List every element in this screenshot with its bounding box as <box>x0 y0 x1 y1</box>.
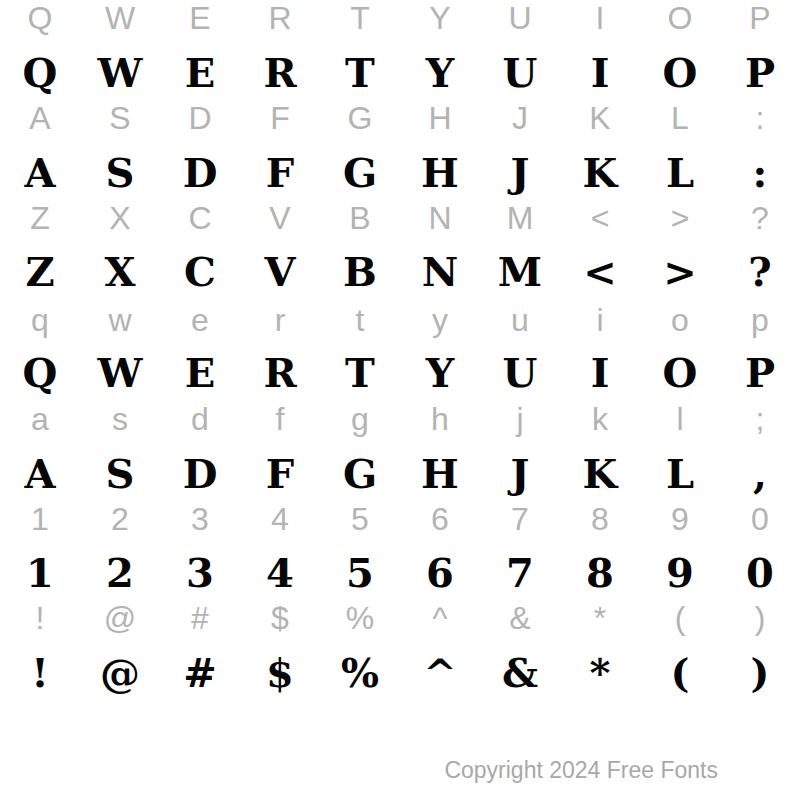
glyph-cell-r1c2: W <box>80 2 160 34</box>
glyph-cell-r10c9: L <box>640 454 720 494</box>
glyph-cell-r11c10: 0 <box>720 503 800 535</box>
grid-row-9: asdfghjkl; <box>0 393 800 445</box>
glyph-cell-r1c1: Q <box>0 2 80 34</box>
glyph-cell-r8c10: P <box>720 353 800 393</box>
glyph-cell-r12c1: 1 <box>0 553 80 593</box>
glyph-cell-r13c1: ! <box>0 602 80 634</box>
glyph-cell-r4c2: S <box>80 153 160 193</box>
grid-row-8: QWERTYUIOP <box>0 347 800 399</box>
glyph-cell-r6c1: Z <box>0 252 80 292</box>
glyph-cell-r5c7: M <box>480 202 560 234</box>
glyph-cell-r2c6: Y <box>400 53 480 93</box>
glyph-cell-r11c1: 1 <box>0 503 80 535</box>
glyph-cell-r9c9: l <box>640 403 720 435</box>
grid-row-6: ZXCVBNM<>? <box>0 246 800 298</box>
glyph-cell-r6c3: C <box>160 252 240 292</box>
glyph-cell-r10c7: J <box>480 454 560 494</box>
glyph-cell-r2c4: R <box>240 53 320 93</box>
glyph-cell-r6c10: ? <box>720 252 800 292</box>
glyph-cell-r3c5: G <box>320 102 400 134</box>
glyph-cell-r13c3: # <box>160 602 240 634</box>
glyph-cell-r14c4: $ <box>240 653 320 693</box>
glyph-cell-r4c7: J <box>480 153 560 193</box>
glyph-cell-r2c2: W <box>80 53 160 93</box>
glyph-cell-r1c6: Y <box>400 2 480 34</box>
glyph-cell-r11c2: 2 <box>80 503 160 535</box>
glyph-cell-r7c7: u <box>480 304 560 336</box>
glyph-cell-r3c1: A <box>0 102 80 134</box>
glyph-cell-r3c2: S <box>80 102 160 134</box>
glyph-cell-r7c4: r <box>240 304 320 336</box>
glyph-cell-r7c6: y <box>400 304 480 336</box>
glyph-cell-r2c8: I <box>560 53 640 93</box>
glyph-cell-r3c9: L <box>640 102 720 134</box>
glyph-cell-r14c9: ( <box>640 653 720 693</box>
glyph-cell-r7c2: w <box>80 304 160 336</box>
glyph-cell-r6c4: V <box>240 252 320 292</box>
glyph-cell-r11c7: 7 <box>480 503 560 535</box>
glyph-cell-r5c10: ? <box>720 202 800 234</box>
glyph-cell-r11c6: 6 <box>400 503 480 535</box>
glyph-cell-r5c2: X <box>80 202 160 234</box>
glyph-cell-r10c10: , <box>720 454 800 494</box>
grid-row-11: 1234567890 <box>0 493 800 545</box>
glyph-cell-r8c1: Q <box>0 353 80 393</box>
glyph-cell-r4c6: H <box>400 153 480 193</box>
glyph-cell-r11c4: 4 <box>240 503 320 535</box>
glyph-cell-r14c3: # <box>160 653 240 693</box>
glyph-cell-r5c1: Z <box>0 202 80 234</box>
glyph-cell-r14c5: % <box>320 653 400 693</box>
glyph-cell-r11c9: 9 <box>640 503 720 535</box>
grid-row-3: ASDFGHJKL: <box>0 92 800 144</box>
glyph-cell-r1c10: P <box>720 2 800 34</box>
glyph-cell-r7c10: p <box>720 304 800 336</box>
glyph-cell-r13c5: % <box>320 602 400 634</box>
glyph-cell-r12c7: 7 <box>480 553 560 593</box>
glyph-cell-r13c7: & <box>480 602 560 634</box>
glyph-cell-r12c9: 9 <box>640 553 720 593</box>
glyph-cell-r1c8: I <box>560 2 640 34</box>
glyph-cell-r8c2: W <box>80 353 160 393</box>
glyph-cell-r13c2: @ <box>80 602 160 634</box>
character-grid: QWERTYUIOPQWERTYUIOPASDFGHJKL:ASDFGHJKL:… <box>0 0 800 800</box>
glyph-cell-r2c5: T <box>320 53 400 93</box>
glyph-cell-r5c5: B <box>320 202 400 234</box>
glyph-cell-r14c8: * <box>560 653 640 693</box>
glyph-cell-r10c5: G <box>320 454 400 494</box>
glyph-cell-r1c4: R <box>240 2 320 34</box>
grid-row-5: ZXCVBNM<>? <box>0 192 800 244</box>
glyph-cell-r9c7: j <box>480 403 560 435</box>
glyph-cell-r8c3: E <box>160 353 240 393</box>
glyph-cell-r9c4: f <box>240 403 320 435</box>
copyright-credit: Copyright 2024 Free Fonts <box>444 757 718 784</box>
glyph-cell-r10c1: A <box>0 454 80 494</box>
glyph-cell-r8c9: O <box>640 353 720 393</box>
glyph-cell-r3c8: K <box>560 102 640 134</box>
grid-row-1: QWERTYUIOP <box>0 0 800 44</box>
glyph-cell-r11c3: 3 <box>160 503 240 535</box>
glyph-cell-r3c4: F <box>240 102 320 134</box>
glyph-cell-r6c6: N <box>400 252 480 292</box>
glyph-cell-r9c8: k <box>560 403 640 435</box>
glyph-cell-r12c10: 0 <box>720 553 800 593</box>
glyph-cell-r10c2: S <box>80 454 160 494</box>
glyph-cell-r2c9: O <box>640 53 720 93</box>
glyph-cell-r3c3: D <box>160 102 240 134</box>
glyph-cell-r13c6: ^ <box>400 602 480 634</box>
glyph-cell-r4c3: D <box>160 153 240 193</box>
glyph-cell-r5c8: < <box>560 202 640 234</box>
glyph-cell-r7c9: o <box>640 304 720 336</box>
glyph-cell-r12c4: 4 <box>240 553 320 593</box>
glyph-cell-r3c10: : <box>720 102 800 134</box>
glyph-cell-r13c10: ) <box>720 602 800 634</box>
glyph-cell-r10c4: F <box>240 454 320 494</box>
glyph-cell-r11c8: 8 <box>560 503 640 535</box>
glyph-cell-r2c1: Q <box>0 53 80 93</box>
glyph-cell-r1c3: E <box>160 2 240 34</box>
glyph-cell-r1c9: O <box>640 2 720 34</box>
glyph-cell-r6c5: B <box>320 252 400 292</box>
glyph-cell-r12c2: 2 <box>80 553 160 593</box>
glyph-cell-r14c7: & <box>480 653 560 693</box>
glyph-cell-r12c6: 6 <box>400 553 480 593</box>
glyph-cell-r13c4: $ <box>240 602 320 634</box>
glyph-cell-r9c3: d <box>160 403 240 435</box>
glyph-cell-r13c9: ( <box>640 602 720 634</box>
glyph-cell-r10c3: D <box>160 454 240 494</box>
glyph-cell-r1c7: U <box>480 2 560 34</box>
glyph-cell-r9c5: g <box>320 403 400 435</box>
glyph-cell-r7c5: t <box>320 304 400 336</box>
grid-row-7: qwertyuiop <box>0 294 800 346</box>
glyph-cell-r3c7: J <box>480 102 560 134</box>
glyph-cell-r8c4: R <box>240 353 320 393</box>
glyph-cell-r9c1: a <box>0 403 80 435</box>
glyph-cell-r5c4: V <box>240 202 320 234</box>
glyph-cell-r9c6: h <box>400 403 480 435</box>
glyph-cell-r12c3: 3 <box>160 553 240 593</box>
grid-row-13: !@#$%^&*() <box>0 592 800 644</box>
glyph-cell-r12c5: 5 <box>320 553 400 593</box>
glyph-cell-r2c10: P <box>720 53 800 93</box>
glyph-cell-r7c1: q <box>0 304 80 336</box>
glyph-cell-r4c10: : <box>720 153 800 193</box>
glyph-cell-r6c9: > <box>640 252 720 292</box>
glyph-cell-r8c6: Y <box>400 353 480 393</box>
glyph-cell-r5c3: C <box>160 202 240 234</box>
glyph-cell-r6c2: X <box>80 252 160 292</box>
glyph-cell-r6c8: < <box>560 252 640 292</box>
grid-row-14: !@#$%^&*() <box>0 647 800 699</box>
glyph-cell-r6c7: M <box>480 252 560 292</box>
glyph-cell-r5c6: N <box>400 202 480 234</box>
glyph-cell-r14c10: ) <box>720 653 800 693</box>
glyph-cell-r10c8: K <box>560 454 640 494</box>
glyph-cell-r5c9: > <box>640 202 720 234</box>
glyph-cell-r8c8: I <box>560 353 640 393</box>
glyph-cell-r4c8: K <box>560 153 640 193</box>
glyph-cell-r8c5: T <box>320 353 400 393</box>
glyph-cell-r9c10: ; <box>720 403 800 435</box>
glyph-cell-r9c2: s <box>80 403 160 435</box>
glyph-cell-r14c6: ^ <box>400 653 480 693</box>
glyph-cell-r1c5: T <box>320 2 400 34</box>
glyph-cell-r14c2: @ <box>80 653 160 693</box>
glyph-cell-r7c8: i <box>560 304 640 336</box>
glyph-cell-r8c7: U <box>480 353 560 393</box>
glyph-cell-r4c9: L <box>640 153 720 193</box>
glyph-cell-r4c1: A <box>0 153 80 193</box>
glyph-cell-r10c6: H <box>400 454 480 494</box>
glyph-cell-r11c5: 5 <box>320 503 400 535</box>
glyph-cell-r14c1: ! <box>0 653 80 693</box>
glyph-cell-r7c3: e <box>160 304 240 336</box>
glyph-cell-r2c3: E <box>160 53 240 93</box>
glyph-cell-r4c5: G <box>320 153 400 193</box>
glyph-cell-r13c8: * <box>560 602 640 634</box>
glyph-cell-r3c6: H <box>400 102 480 134</box>
glyph-cell-r12c8: 8 <box>560 553 640 593</box>
glyph-cell-r2c7: U <box>480 53 560 93</box>
glyph-cell-r4c4: F <box>240 153 320 193</box>
